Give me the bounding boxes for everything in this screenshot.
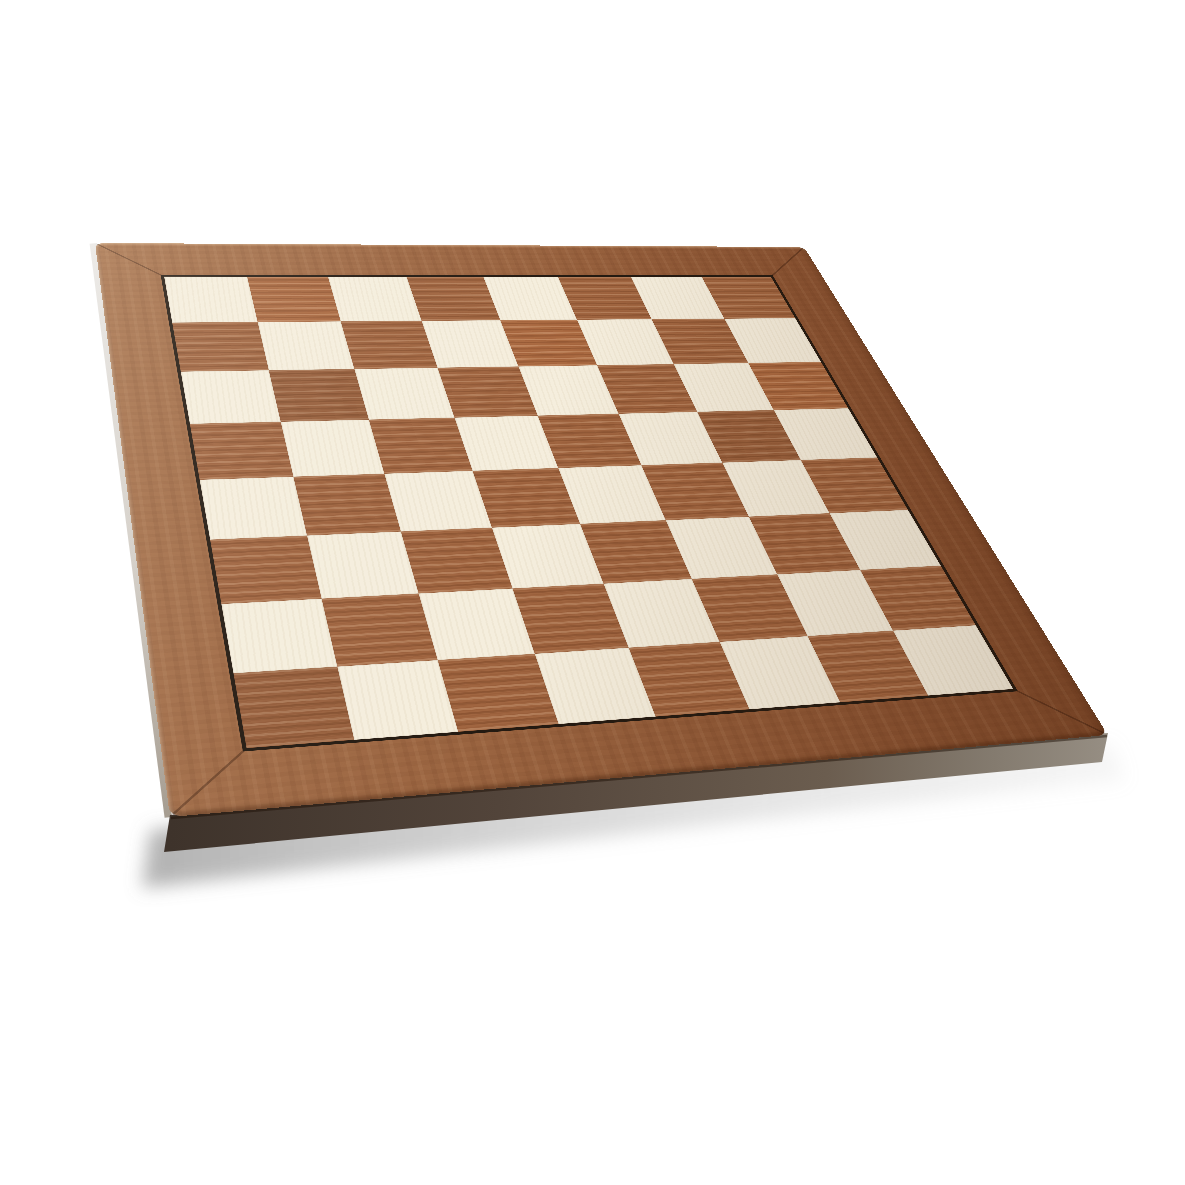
square-a1 — [233, 667, 354, 749]
square-b1 — [337, 660, 458, 740]
square-c8 — [328, 277, 422, 322]
square-b7 — [258, 321, 355, 370]
product-photo-scene — [0, 0, 1185, 1185]
square-a7 — [172, 322, 269, 372]
square-b5 — [281, 420, 385, 477]
square-b3 — [307, 532, 419, 599]
square-a8 — [164, 277, 257, 323]
square-b4 — [293, 474, 400, 536]
square-a5 — [190, 422, 294, 480]
square-c7 — [341, 321, 438, 369]
miter-seam-top-left — [98, 244, 165, 277]
square-b2 — [322, 593, 438, 666]
square-a2 — [221, 599, 337, 674]
square-a4 — [200, 477, 307, 540]
miter-seam-bottom-left — [165, 747, 258, 814]
square-a3 — [210, 536, 321, 604]
square-b8 — [247, 277, 341, 322]
square-b6 — [269, 369, 369, 422]
square-a6 — [181, 370, 281, 424]
